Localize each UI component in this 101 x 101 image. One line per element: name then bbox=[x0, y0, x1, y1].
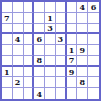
sudoku-board: 46713463198719284 bbox=[0, 0, 101, 101]
cell-r6c5-empty[interactable] bbox=[45, 56, 56, 67]
cell-r6c7-given[interactable]: 7 bbox=[67, 56, 78, 67]
cell-r5c5-empty[interactable] bbox=[45, 45, 56, 56]
cell-r3c1-empty[interactable] bbox=[2, 24, 13, 35]
cell-r9c2-empty[interactable] bbox=[13, 88, 24, 99]
cell-r5c6-empty[interactable] bbox=[56, 45, 67, 56]
cell-r4c4-given[interactable]: 6 bbox=[34, 34, 45, 45]
cell-r3c8-empty[interactable] bbox=[77, 24, 88, 35]
cell-r1c2-empty[interactable] bbox=[13, 2, 24, 13]
cell-r8c3-empty[interactable] bbox=[24, 77, 35, 88]
cell-r7c9-empty[interactable] bbox=[88, 67, 99, 78]
cell-r7c8-empty[interactable] bbox=[77, 67, 88, 78]
cell-r4c6-given[interactable]: 3 bbox=[56, 34, 67, 45]
cell-r5c2-empty[interactable] bbox=[13, 45, 24, 56]
cell-r5c1-empty[interactable] bbox=[2, 45, 13, 56]
cell-r6c4-given[interactable]: 8 bbox=[34, 56, 45, 67]
cell-r6c3-empty[interactable] bbox=[24, 56, 35, 67]
cell-r8c7-empty[interactable] bbox=[67, 77, 78, 88]
cell-r8c1-empty[interactable] bbox=[2, 77, 13, 88]
cell-r3c2-empty[interactable] bbox=[13, 24, 24, 35]
cell-r4c7-empty[interactable] bbox=[67, 34, 78, 45]
cell-r7c3-empty[interactable] bbox=[24, 67, 35, 78]
cell-r4c5-empty[interactable] bbox=[45, 34, 56, 45]
cell-r4c8-empty[interactable] bbox=[77, 34, 88, 45]
cell-r2c5-given[interactable]: 1 bbox=[45, 13, 56, 24]
cell-r3c5-given[interactable]: 3 bbox=[45, 24, 56, 35]
cell-r5c4-empty[interactable] bbox=[34, 45, 45, 56]
cell-r1c8-given[interactable]: 4 bbox=[77, 2, 88, 13]
cell-r4c9-empty[interactable] bbox=[88, 34, 99, 45]
cell-r2c2-empty[interactable] bbox=[13, 13, 24, 24]
cell-r2c9-empty[interactable] bbox=[88, 13, 99, 24]
cell-r2c3-empty[interactable] bbox=[24, 13, 35, 24]
cell-r8c4-empty[interactable] bbox=[34, 77, 45, 88]
cell-r7c4-empty[interactable] bbox=[34, 67, 45, 78]
cell-r1c3-empty[interactable] bbox=[24, 2, 35, 13]
cell-r5c8-given[interactable]: 9 bbox=[77, 45, 88, 56]
cell-r6c6-empty[interactable] bbox=[56, 56, 67, 67]
cell-r4c1-empty[interactable] bbox=[2, 34, 13, 45]
cell-r9c6-empty[interactable] bbox=[56, 88, 67, 99]
cell-r2c6-empty[interactable] bbox=[56, 13, 67, 24]
cell-r5c3-empty[interactable] bbox=[24, 45, 35, 56]
cell-r1c6-empty[interactable] bbox=[56, 2, 67, 13]
cell-r3c9-empty[interactable] bbox=[88, 24, 99, 35]
cell-r8c2-given[interactable]: 2 bbox=[13, 77, 24, 88]
cell-r2c4-empty[interactable] bbox=[34, 13, 45, 24]
cell-r9c7-empty[interactable] bbox=[67, 88, 78, 99]
cell-r6c2-empty[interactable] bbox=[13, 56, 24, 67]
cell-r3c4-empty[interactable] bbox=[34, 24, 45, 35]
cell-r4c2-given[interactable]: 4 bbox=[13, 34, 24, 45]
cell-r9c4-given[interactable]: 4 bbox=[34, 88, 45, 99]
cell-r1c4-empty[interactable] bbox=[34, 2, 45, 13]
cell-r8c9-empty[interactable] bbox=[88, 77, 99, 88]
cell-r6c9-empty[interactable] bbox=[88, 56, 99, 67]
cell-r2c7-empty[interactable] bbox=[67, 13, 78, 24]
cell-r8c5-empty[interactable] bbox=[45, 77, 56, 88]
cell-r2c1-given[interactable]: 7 bbox=[2, 13, 13, 24]
cell-r8c6-empty[interactable] bbox=[56, 77, 67, 88]
cell-r1c1-empty[interactable] bbox=[2, 2, 13, 13]
cell-r5c9-empty[interactable] bbox=[88, 45, 99, 56]
cell-r9c5-empty[interactable] bbox=[45, 88, 56, 99]
cell-r7c1-given[interactable]: 1 bbox=[2, 67, 13, 78]
cell-r4c3-empty[interactable] bbox=[24, 34, 35, 45]
cell-r7c7-given[interactable]: 9 bbox=[67, 67, 78, 78]
cell-r8c8-given[interactable]: 8 bbox=[77, 77, 88, 88]
cell-r7c6-empty[interactable] bbox=[56, 67, 67, 78]
cell-r9c9-empty[interactable] bbox=[88, 88, 99, 99]
cell-r3c3-empty[interactable] bbox=[24, 24, 35, 35]
cell-r5c7-given[interactable]: 1 bbox=[67, 45, 78, 56]
cell-r7c5-empty[interactable] bbox=[45, 67, 56, 78]
cell-r9c8-empty[interactable] bbox=[77, 88, 88, 99]
cell-r1c5-empty[interactable] bbox=[45, 2, 56, 13]
cell-r1c7-empty[interactable] bbox=[67, 2, 78, 13]
cell-r9c1-empty[interactable] bbox=[2, 88, 13, 99]
cell-r1c9-given[interactable]: 6 bbox=[88, 2, 99, 13]
cell-r6c1-empty[interactable] bbox=[2, 56, 13, 67]
cell-r3c7-empty[interactable] bbox=[67, 24, 78, 35]
cell-r3c6-empty[interactable] bbox=[56, 24, 67, 35]
cell-r2c8-empty[interactable] bbox=[77, 13, 88, 24]
cell-r6c8-empty[interactable] bbox=[77, 56, 88, 67]
cell-r7c2-empty[interactable] bbox=[13, 67, 24, 78]
cell-r9c3-empty[interactable] bbox=[24, 88, 35, 99]
